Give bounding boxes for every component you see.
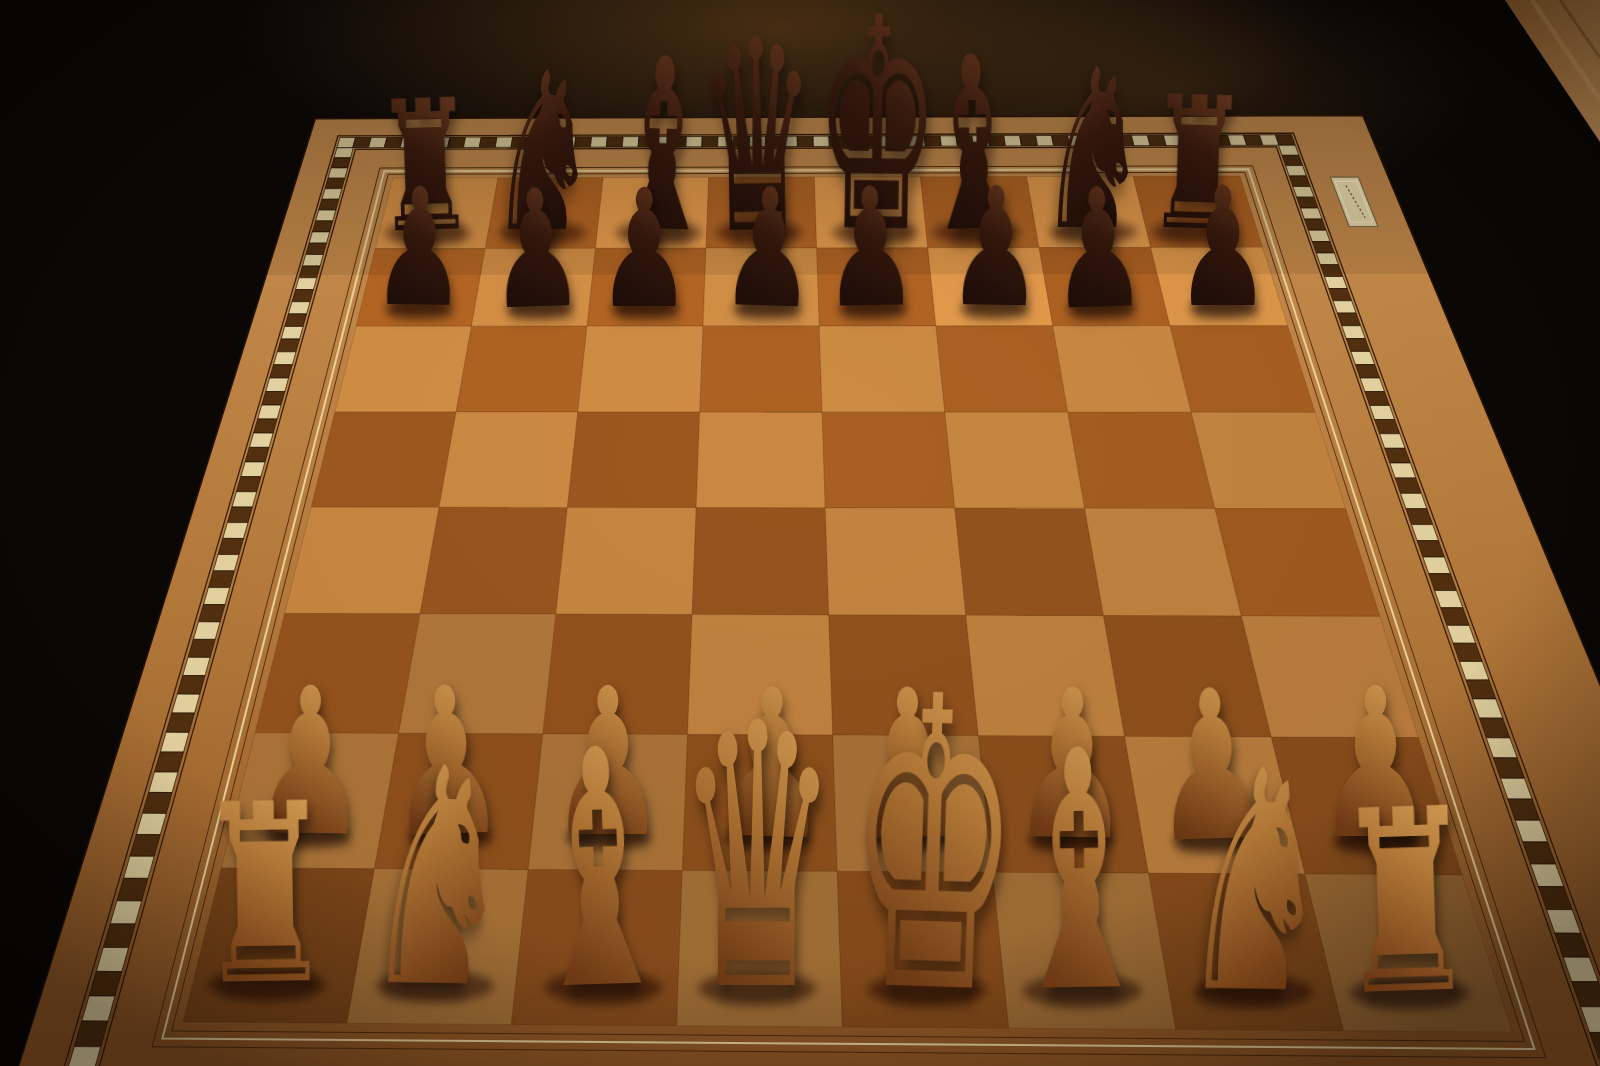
board-scene: [0, 0, 1600, 1066]
vignette-overlay: [0, 0, 1600, 1066]
chessboard-photo: ♜♞♝♛♚♝♞♜♟♟♟♟♟♟♟♟♟♟♟♟♟♟♟♟♜♞♝♛♚♝♞♜: [0, 0, 1600, 1066]
